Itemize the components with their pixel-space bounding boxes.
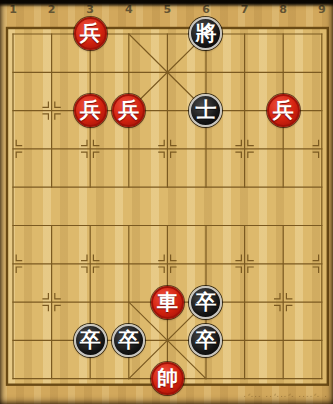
xiangqi-app-screen: 123456789 兵將兵兵士兵車卒卒卒卒帥 ·'··· ··'···'· ··… xyxy=(0,0,333,404)
red-general-piece[interactable]: 帥 xyxy=(151,362,184,395)
black-general-piece[interactable]: 將 xyxy=(189,17,222,50)
black-soldier-piece[interactable]: 卒 xyxy=(112,324,145,357)
xiangqi-board: 兵將兵兵士兵車卒卒卒卒帥 xyxy=(0,15,333,398)
red-soldier-piece[interactable]: 兵 xyxy=(112,94,145,127)
red-soldier-piece[interactable]: 兵 xyxy=(74,17,107,50)
red-chariot-piece[interactable]: 車 xyxy=(151,286,184,319)
red-soldier-piece[interactable]: 兵 xyxy=(267,94,300,127)
black-soldier-piece[interactable]: 卒 xyxy=(189,286,222,319)
black-soldier-piece[interactable]: 卒 xyxy=(74,324,107,357)
red-soldier-piece[interactable]: 兵 xyxy=(74,94,107,127)
black-soldier-piece[interactable]: 卒 xyxy=(189,324,222,357)
black-advisor-piece[interactable]: 士 xyxy=(189,94,222,127)
